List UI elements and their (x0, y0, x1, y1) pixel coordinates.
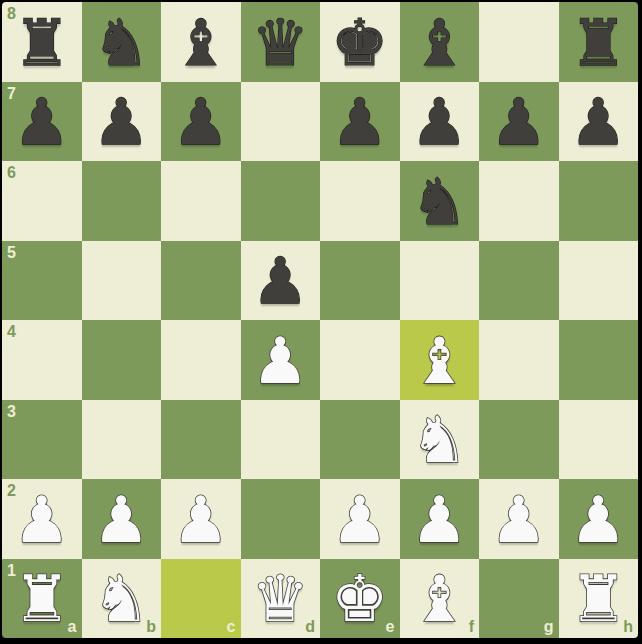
square-g7[interactable]: ♟ (479, 82, 559, 162)
square-a8[interactable]: ♜8 (2, 2, 82, 82)
square-b2[interactable]: ♟ (82, 479, 162, 559)
square-g4[interactable] (479, 320, 559, 400)
square-f5[interactable] (400, 241, 480, 321)
square-e2[interactable]: ♟ (320, 479, 400, 559)
square-e4[interactable] (320, 320, 400, 400)
square-d5[interactable]: ♟ (241, 241, 321, 321)
square-b4[interactable] (82, 320, 162, 400)
square-b6[interactable] (82, 161, 162, 241)
square-h7[interactable]: ♟ (559, 82, 639, 162)
square-f3[interactable]: ♞ (400, 400, 480, 480)
square-a1[interactable]: ♜1a (2, 559, 82, 639)
white-king[interactable]: ♚ (320, 559, 400, 639)
file-label-g: g (544, 618, 554, 636)
square-g1[interactable]: g (479, 559, 559, 639)
chess-board: ♜8♞♝♛♚♝♜♟7♟♟♟♟♟♟6♞5♟4♟♝3♞♟2♟♟♟♟♟♟♜1a♞bc♛… (2, 2, 638, 638)
square-c5[interactable] (161, 241, 241, 321)
black-pawn[interactable]: ♟ (161, 82, 241, 162)
square-f2[interactable]: ♟ (400, 479, 480, 559)
black-queen[interactable]: ♛ (241, 2, 321, 82)
white-pawn[interactable]: ♟ (82, 479, 162, 559)
black-rook[interactable]: ♜ (559, 2, 639, 82)
square-d7[interactable] (241, 82, 321, 162)
black-pawn[interactable]: ♟ (82, 82, 162, 162)
square-f7[interactable]: ♟ (400, 82, 480, 162)
square-h2[interactable]: ♟ (559, 479, 639, 559)
black-knight[interactable]: ♞ (82, 2, 162, 82)
square-h8[interactable]: ♜ (559, 2, 639, 82)
black-king[interactable]: ♚ (320, 2, 400, 82)
white-pawn[interactable]: ♟ (241, 320, 321, 400)
black-pawn[interactable]: ♟ (241, 241, 321, 321)
white-pawn[interactable]: ♟ (161, 479, 241, 559)
black-rook[interactable]: ♜ (2, 2, 82, 82)
square-g6[interactable] (479, 161, 559, 241)
rank-label-3: 3 (7, 403, 16, 421)
square-a5[interactable]: 5 (2, 241, 82, 321)
white-pawn[interactable]: ♟ (2, 479, 82, 559)
white-knight[interactable]: ♞ (82, 559, 162, 639)
square-d6[interactable] (241, 161, 321, 241)
square-b7[interactable]: ♟ (82, 82, 162, 162)
square-g3[interactable] (479, 400, 559, 480)
white-pawn[interactable]: ♟ (400, 479, 480, 559)
square-c1[interactable]: c (161, 559, 241, 639)
square-f1[interactable]: ♝f (400, 559, 480, 639)
white-rook[interactable]: ♜ (559, 559, 639, 639)
black-pawn[interactable]: ♟ (479, 82, 559, 162)
square-c4[interactable] (161, 320, 241, 400)
square-e8[interactable]: ♚ (320, 2, 400, 82)
square-e6[interactable] (320, 161, 400, 241)
black-bishop[interactable]: ♝ (400, 2, 480, 82)
square-d1[interactable]: ♛d (241, 559, 321, 639)
square-b8[interactable]: ♞ (82, 2, 162, 82)
square-h4[interactable] (559, 320, 639, 400)
square-a7[interactable]: ♟7 (2, 82, 82, 162)
square-f8[interactable]: ♝ (400, 2, 480, 82)
square-d3[interactable] (241, 400, 321, 480)
square-h3[interactable] (559, 400, 639, 480)
black-pawn[interactable]: ♟ (559, 82, 639, 162)
square-d4[interactable]: ♟ (241, 320, 321, 400)
square-b1[interactable]: ♞b (82, 559, 162, 639)
square-g2[interactable]: ♟ (479, 479, 559, 559)
square-c8[interactable]: ♝ (161, 2, 241, 82)
square-a4[interactable]: 4 (2, 320, 82, 400)
square-c2[interactable]: ♟ (161, 479, 241, 559)
square-d8[interactable]: ♛ (241, 2, 321, 82)
white-knight[interactable]: ♞ (400, 400, 480, 480)
white-pawn[interactable]: ♟ (559, 479, 639, 559)
square-e1[interactable]: ♚e (320, 559, 400, 639)
rank-label-6: 6 (7, 164, 16, 182)
black-pawn[interactable]: ♟ (320, 82, 400, 162)
square-b3[interactable] (82, 400, 162, 480)
white-queen[interactable]: ♛ (241, 559, 321, 639)
square-e3[interactable] (320, 400, 400, 480)
square-a3[interactable]: 3 (2, 400, 82, 480)
square-e7[interactable]: ♟ (320, 82, 400, 162)
square-c7[interactable]: ♟ (161, 82, 241, 162)
rank-label-4: 4 (7, 323, 16, 341)
square-a2[interactable]: ♟2 (2, 479, 82, 559)
square-f6[interactable]: ♞ (400, 161, 480, 241)
square-d2[interactable] (241, 479, 321, 559)
file-label-c: c (227, 618, 236, 636)
black-knight[interactable]: ♞ (400, 161, 480, 241)
black-bishop[interactable]: ♝ (161, 2, 241, 82)
square-h6[interactable] (559, 161, 639, 241)
square-f4[interactable]: ♝ (400, 320, 480, 400)
square-h5[interactable] (559, 241, 639, 321)
white-bishop[interactable]: ♝ (400, 320, 480, 400)
black-pawn[interactable]: ♟ (400, 82, 480, 162)
square-g8[interactable] (479, 2, 559, 82)
square-a6[interactable]: 6 (2, 161, 82, 241)
square-b5[interactable] (82, 241, 162, 321)
square-e5[interactable] (320, 241, 400, 321)
square-h1[interactable]: ♜h (559, 559, 639, 639)
square-g5[interactable] (479, 241, 559, 321)
rank-label-5: 5 (7, 244, 16, 262)
white-bishop[interactable]: ♝ (400, 559, 480, 639)
white-pawn[interactable]: ♟ (320, 479, 400, 559)
white-rook[interactable]: ♜ (2, 559, 82, 639)
black-pawn[interactable]: ♟ (2, 82, 82, 162)
square-c3[interactable] (161, 400, 241, 480)
square-c6[interactable] (161, 161, 241, 241)
white-pawn[interactable]: ♟ (479, 479, 559, 559)
